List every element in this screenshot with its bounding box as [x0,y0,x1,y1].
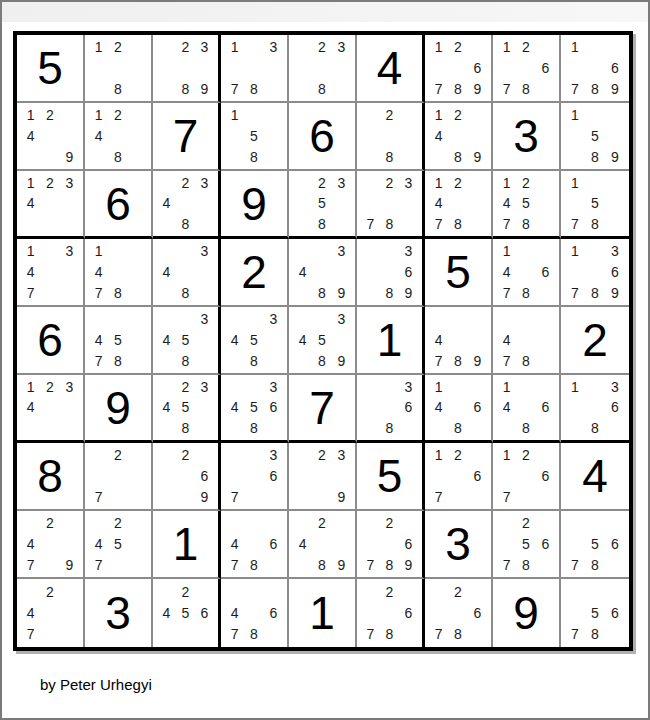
given-digit: 1 [357,307,422,373]
cell-r9c3[interactable]: 2456 [153,579,221,647]
cell-r8c1[interactable]: 2479 [17,511,85,579]
candidate-3: 3 [264,445,283,466]
cell-r8c6[interactable]: 26789 [357,511,425,579]
candidate-7: 7 [429,78,448,99]
candidate-7: 7 [429,624,448,645]
candidate-7: 7 [565,78,585,99]
candidate-2: 2 [176,377,195,397]
window-top-band [2,2,648,22]
cell-r2c9[interactable]: 1589 [561,103,629,171]
candidate-1: 1 [565,173,585,193]
candidate-3: 3 [195,309,214,330]
candidate-grid: 2348 [153,171,218,236]
cell-r3c4[interactable]: 9 [221,171,289,239]
cell-r6c4[interactable]: 34568 [221,375,289,443]
candidate-2: 2 [448,105,467,126]
candidate-8: 8 [448,418,467,438]
candidate-2: 2 [312,513,331,534]
candidate-5: 5 [585,193,605,213]
candidate-4: 4 [21,397,40,417]
cell-r4c4[interactable]: 2 [221,239,289,307]
candidate-4: 4 [21,193,40,213]
cell-r8c8[interactable]: 25678 [493,511,561,579]
given-digit: 5 [17,35,83,101]
cell-r4c2[interactable]: 1478 [85,239,153,307]
candidate-6: 6 [264,397,283,417]
cell-r9c6[interactable]: 2678 [357,579,425,647]
candidate-9: 9 [605,282,625,303]
candidate-9: 9 [60,554,79,575]
cell-r1c7[interactable]: 126789 [425,35,493,103]
given-digit: 1 [153,511,218,577]
given-digit: 8 [17,443,83,509]
cell-r5c6[interactable]: 1 [357,307,425,375]
candidate-8: 8 [312,350,331,371]
candidate-1: 1 [565,37,585,58]
cell-r7c5[interactable]: 239 [289,443,357,511]
cell-r7c3[interactable]: 269 [153,443,221,511]
candidate-4: 4 [89,330,108,351]
candidate-6: 6 [264,534,283,555]
candidate-grid: 1249 [17,103,83,169]
candidate-3: 3 [195,173,214,193]
given-digit: 7 [153,103,218,169]
candidate-3: 3 [264,377,283,397]
cell-r4c9[interactable]: 136789 [561,239,629,307]
candidate-1: 1 [565,105,585,126]
cell-r3c8[interactable]: 124578 [493,171,561,239]
candidate-7: 7 [429,350,448,371]
candidate-grid: 1378 [221,35,287,101]
candidate-8: 8 [380,146,399,167]
cell-r6c8[interactable]: 1468 [493,375,561,443]
candidate-1: 1 [497,37,516,58]
cell-r4c5[interactable]: 3489 [289,239,357,307]
candidate-2: 2 [516,445,535,466]
candidate-6: 6 [399,397,418,417]
candidate-8: 8 [244,146,263,167]
candidate-7: 7 [89,554,108,575]
candidate-1: 1 [21,105,40,126]
cell-r2c3[interactable]: 7 [153,103,221,171]
candidate-8: 8 [585,146,605,167]
cell-r8c9[interactable]: 5678 [561,511,629,579]
candidate-2: 2 [448,581,467,602]
candidate-2: 2 [312,445,331,466]
candidate-grid: 247 [17,579,83,647]
candidate-grid: 27 [85,443,151,509]
candidate-2: 2 [108,105,127,126]
given-digit: 2 [221,239,287,305]
given-digit: 1 [289,579,355,647]
candidate-8: 8 [312,282,331,303]
candidate-4: 4 [21,534,40,555]
candidate-4: 4 [293,330,312,351]
cell-r7c8[interactable]: 1267 [493,443,561,511]
cell-r7c6[interactable]: 5 [357,443,425,511]
candidate-9: 9 [332,282,351,303]
candidate-grid: 1248 [85,103,151,169]
cell-r2c4[interactable]: 158 [221,103,289,171]
cell-r5c2[interactable]: 4578 [85,307,153,375]
cell-r7c9[interactable]: 4 [561,443,629,511]
candidate-2: 2 [380,173,399,193]
candidate-8: 8 [380,418,399,438]
cell-r1c1[interactable]: 5 [17,35,85,103]
candidate-9: 9 [605,78,625,99]
candidate-2: 2 [448,173,467,193]
cell-r3c1[interactable]: 1234 [17,171,85,239]
candidate-grid: 124578 [493,171,559,236]
candidate-6: 6 [605,397,625,417]
candidate-7: 7 [565,282,585,303]
cell-r2c7[interactable]: 12489 [425,103,493,171]
given-digit: 5 [357,443,422,509]
candidate-3: 3 [399,377,418,397]
candidate-1: 1 [497,241,516,262]
candidate-4: 4 [157,262,176,283]
cell-r6c2[interactable]: 9 [85,375,153,443]
candidate-7: 7 [565,554,585,575]
candidate-9: 9 [468,78,487,99]
cell-r3c9[interactable]: 1578 [561,171,629,239]
cell-r1c8[interactable]: 12678 [493,35,561,103]
candidate-grid: 4678 [221,579,287,647]
candidate-8: 8 [448,146,467,167]
candidate-grid: 3458 [221,307,287,373]
candidate-8: 8 [312,554,331,575]
candidate-grid: 1468 [493,375,559,440]
cell-r2c6[interactable]: 28 [357,103,425,171]
candidate-5: 5 [244,397,263,417]
candidate-8: 8 [516,78,535,99]
candidate-5: 5 [176,330,195,351]
candidate-grid: 3489 [289,239,355,305]
cell-r6c9[interactable]: 1368 [561,375,629,443]
given-digit: 3 [425,511,491,577]
cell-r6c3[interactable]: 23458 [153,375,221,443]
candidate-8: 8 [516,554,535,575]
cell-r1c9[interactable]: 16789 [561,35,629,103]
cell-r1c6[interactable]: 4 [357,35,425,103]
candidate-2: 2 [40,105,59,126]
candidate-3: 3 [332,309,351,330]
candidate-8: 8 [176,282,195,303]
candidate-grid: 1267 [493,443,559,509]
candidate-7: 7 [497,350,516,371]
candidate-1: 1 [429,37,448,58]
candidate-grid: 4789 [425,307,491,373]
candidate-5: 5 [176,397,195,417]
cell-r3c3[interactable]: 2348 [153,171,221,239]
candidate-grid: 2358 [289,171,355,236]
candidate-4: 4 [225,534,244,555]
candidate-8: 8 [448,78,467,99]
cell-r9c2[interactable]: 3 [85,579,153,647]
candidate-1: 1 [429,377,448,397]
candidate-2: 2 [448,37,467,58]
given-digit: 9 [493,579,559,647]
candidate-grid: 1234 [17,375,83,440]
candidate-grid: 25678 [493,511,559,577]
candidate-3: 3 [332,445,351,466]
cell-r3c6[interactable]: 2378 [357,171,425,239]
cell-r1c4[interactable]: 1378 [221,35,289,103]
candidate-7: 7 [225,78,244,99]
candidate-3: 3 [195,377,214,397]
given-digit: 9 [85,375,151,440]
cell-r3c2[interactable]: 6 [85,171,153,239]
candidate-grid: 12489 [425,103,491,169]
candidate-5: 5 [244,330,263,351]
candidate-7: 7 [497,214,516,234]
cell-r2c1[interactable]: 1249 [17,103,85,171]
cell-r4c8[interactable]: 14678 [493,239,561,307]
candidate-3: 3 [195,241,214,262]
candidate-3: 3 [332,241,351,262]
candidate-grid: 5678 [561,579,629,647]
cell-r6c1[interactable]: 1234 [17,375,85,443]
candidate-7: 7 [361,624,380,645]
candidate-4: 4 [497,397,516,417]
candidate-grid: 2389 [153,35,218,101]
candidate-8: 8 [108,350,127,371]
cell-r2c2[interactable]: 1248 [85,103,153,171]
candidate-3: 3 [605,377,625,397]
candidate-7: 7 [21,624,40,645]
candidate-8: 8 [516,282,535,303]
candidate-grid: 368 [357,375,422,440]
cell-r4c3[interactable]: 348 [153,239,221,307]
candidate-7: 7 [565,214,585,234]
candidate-6: 6 [264,466,283,487]
candidate-2: 2 [108,445,127,466]
candidate-8: 8 [585,78,605,99]
candidate-3: 3 [264,37,283,58]
candidate-3: 3 [264,309,283,330]
cell-r1c5[interactable]: 238 [289,35,357,103]
candidate-2: 2 [176,37,195,58]
sudoku-board: 5128238913782384126789126781678912491248… [13,31,633,651]
candidate-grid: 126789 [425,35,491,101]
candidate-4: 4 [497,262,516,283]
cell-r8c4[interactable]: 4678 [221,511,289,579]
given-digit: 9 [221,171,287,236]
cell-r4c6[interactable]: 3689 [357,239,425,307]
given-digit: 7 [289,375,355,440]
candidate-6: 6 [605,58,625,79]
candidate-4: 4 [157,602,176,623]
candidate-7: 7 [225,486,244,507]
cell-r5c7[interactable]: 4789 [425,307,493,375]
cell-r5c9[interactable]: 2 [561,307,629,375]
candidate-7: 7 [89,350,108,371]
candidate-3: 3 [399,241,418,262]
cell-r1c2[interactable]: 128 [85,35,153,103]
candidate-grid: 12678 [493,35,559,101]
candidate-1: 1 [21,377,40,397]
candidate-grid: 158 [221,103,287,169]
given-digit: 6 [17,307,83,373]
cell-r4c7[interactable]: 5 [425,239,493,307]
candidate-2: 2 [516,173,535,193]
candidate-1: 1 [429,105,448,126]
candidate-5: 5 [585,602,605,623]
candidate-7: 7 [21,282,40,303]
candidate-2: 2 [108,513,127,534]
given-digit: 6 [85,171,151,236]
cell-r6c6[interactable]: 368 [357,375,425,443]
candidate-8: 8 [244,350,263,371]
cell-r2c5[interactable]: 6 [289,103,357,171]
candidate-5: 5 [516,193,535,213]
candidate-8: 8 [585,418,605,438]
candidate-4: 4 [89,126,108,147]
candidate-grid: 1234 [17,171,83,236]
candidate-9: 9 [399,282,418,303]
candidate-grid: 348 [153,239,218,305]
candidate-6: 6 [605,262,625,283]
candidate-4: 4 [89,534,108,555]
candidate-6: 6 [468,466,487,487]
given-digit: 6 [289,103,355,169]
candidate-8: 8 [176,78,195,99]
cell-r1c3[interactable]: 2389 [153,35,221,103]
candidate-grid: 478 [493,307,559,373]
candidate-8: 8 [312,78,331,99]
candidate-grid: 14678 [493,239,559,305]
candidate-8: 8 [585,624,605,645]
candidate-4: 4 [429,330,448,351]
cell-r5c5[interactable]: 34589 [289,307,357,375]
cell-r5c1[interactable]: 6 [17,307,85,375]
candidate-1: 1 [497,377,516,397]
candidate-3: 3 [399,173,418,193]
cell-r3c5[interactable]: 2358 [289,171,357,239]
candidate-grid: 2489 [289,511,355,577]
candidate-5: 5 [585,126,605,147]
candidate-5: 5 [176,602,195,623]
candidate-3: 3 [60,173,79,193]
candidate-2: 2 [40,173,59,193]
candidate-7: 7 [361,214,380,234]
candidate-6: 6 [468,397,487,417]
cell-r5c3[interactable]: 3458 [153,307,221,375]
candidate-3: 3 [332,37,351,58]
candidate-8: 8 [176,350,195,371]
candidate-8: 8 [380,554,399,575]
candidate-7: 7 [429,486,448,507]
cell-r8c7[interactable]: 3 [425,511,493,579]
candidate-8: 8 [448,214,467,234]
candidate-7: 7 [497,486,516,507]
cell-r9c4[interactable]: 4678 [221,579,289,647]
cell-r8c2[interactable]: 2457 [85,511,153,579]
candidate-grid: 1578 [561,171,629,236]
candidate-5: 5 [312,193,331,213]
candidate-6: 6 [605,534,625,555]
candidate-2: 2 [312,37,331,58]
cell-r9c7[interactable]: 2678 [425,579,493,647]
candidate-grid: 34568 [221,375,287,440]
candidate-1: 1 [225,105,244,126]
candidate-1: 1 [21,241,40,262]
candidate-4: 4 [225,397,244,417]
candidate-2: 2 [40,377,59,397]
candidate-6: 6 [468,58,487,79]
candidate-1: 1 [497,173,516,193]
author-byline: by Peter Urhegyi [40,676,152,693]
candidate-6: 6 [399,262,418,283]
candidate-4: 4 [429,397,448,417]
cell-r6c5[interactable]: 7 [289,375,357,443]
candidate-2: 2 [176,445,195,466]
candidate-grid: 16789 [561,35,629,101]
candidate-1: 1 [497,445,516,466]
candidate-4: 4 [157,397,176,417]
candidate-6: 6 [536,397,555,417]
candidate-8: 8 [380,282,399,303]
given-digit: 4 [561,443,629,509]
cell-r9c1[interactable]: 247 [17,579,85,647]
cell-r8c3[interactable]: 1 [153,511,221,579]
cell-r9c8[interactable]: 9 [493,579,561,647]
candidate-9: 9 [195,78,214,99]
candidate-1: 1 [21,173,40,193]
candidate-4: 4 [225,330,244,351]
candidate-grid: 1347 [17,239,83,305]
cell-r6c7[interactable]: 1468 [425,375,493,443]
candidate-grid: 269 [153,443,218,509]
cell-r5c8[interactable]: 478 [493,307,561,375]
candidate-7: 7 [429,214,448,234]
candidate-5: 5 [585,534,605,555]
candidate-8: 8 [585,282,605,303]
candidate-4: 4 [21,602,40,623]
candidate-4: 4 [225,602,244,623]
cell-r2c8[interactable]: 3 [493,103,561,171]
candidate-grid: 23458 [153,375,218,440]
candidate-5: 5 [108,534,127,555]
cell-r9c9[interactable]: 5678 [561,579,629,647]
cell-r7c1[interactable]: 8 [17,443,85,511]
candidate-7: 7 [497,78,516,99]
candidate-8: 8 [176,214,195,234]
cell-r7c7[interactable]: 1267 [425,443,493,511]
candidate-8: 8 [516,214,535,234]
candidate-8: 8 [448,350,467,371]
candidate-grid: 26789 [357,511,422,577]
candidate-grid: 12478 [425,171,491,236]
cell-r9c5[interactable]: 1 [289,579,357,647]
cell-r3c7[interactable]: 12478 [425,171,493,239]
cell-r4c1[interactable]: 1347 [17,239,85,307]
candidate-grid: 4578 [85,307,151,373]
candidate-9: 9 [332,554,351,575]
candidate-6: 6 [195,466,214,487]
cell-r8c5[interactable]: 2489 [289,511,357,579]
candidate-9: 9 [605,146,625,167]
candidate-1: 1 [89,241,108,262]
candidate-grid: 1267 [425,443,491,509]
candidate-3: 3 [60,377,79,397]
cell-r5c4[interactable]: 3458 [221,307,289,375]
candidate-4: 4 [293,534,312,555]
cell-r7c4[interactable]: 367 [221,443,289,511]
candidate-1: 1 [565,377,585,397]
candidate-grid: 1468 [425,375,491,440]
cell-r7c2[interactable]: 27 [85,443,153,511]
